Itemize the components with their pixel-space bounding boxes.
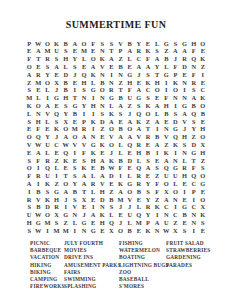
grid-cell: K <box>89 71 98 79</box>
grid-cell: K <box>171 141 180 149</box>
word-list-item: WATERMELON <box>119 247 169 254</box>
grid-cell: E <box>134 227 143 235</box>
grid-cell: L <box>153 110 162 118</box>
grid-cell: W <box>61 141 70 149</box>
grid-cell: Y <box>79 102 88 110</box>
word-list-item: FRUIT SALAD <box>166 240 211 247</box>
grid-cell: I <box>89 110 98 118</box>
grid-cell: P <box>171 71 180 79</box>
grid-cell: B <box>134 188 143 196</box>
grid-cell: G <box>162 71 171 79</box>
grid-cell: I <box>107 71 116 79</box>
grid-cell: Y <box>61 110 70 118</box>
grid-cell: I <box>180 188 189 196</box>
grid-cell: W <box>34 227 43 235</box>
grid-cell: Q <box>61 149 70 157</box>
grid-cell: B <box>34 188 43 196</box>
grid-cell: G <box>79 219 88 227</box>
grid-cell: E <box>180 219 189 227</box>
grid-cell: P <box>143 219 152 227</box>
grid-cell: B <box>198 110 207 118</box>
grid-cell: Q <box>189 110 198 118</box>
grid-cell: K <box>116 180 125 188</box>
word-list-column-3: FISHINGWATERMELONBOATINGLIGHTNING BUGSZO… <box>119 240 169 290</box>
grid-cell: C <box>189 180 198 188</box>
grid-cell: V <box>79 141 88 149</box>
grid-cell: I <box>198 71 207 79</box>
grid-cell: F <box>153 180 162 188</box>
grid-cell: S <box>43 188 52 196</box>
grid-cell: L <box>116 149 125 157</box>
grid-cell: S <box>143 188 152 196</box>
grid-cell: M <box>43 219 52 227</box>
grid-cell: L <box>171 180 180 188</box>
grid-cell: T <box>79 188 88 196</box>
grid-cell: G <box>89 141 98 149</box>
grid-cell: S <box>143 71 152 79</box>
word-list-item: SPLASHING <box>64 283 121 290</box>
grid-cell: L <box>125 219 134 227</box>
grid-cell: H <box>89 102 98 110</box>
grid-cell: P <box>189 188 198 196</box>
grid-cell: A <box>116 102 125 110</box>
grid-cell: S <box>61 102 70 110</box>
grid-cell: G <box>189 149 198 157</box>
word-list-column-4: FRUIT SALADSTRAWBERRIESGARDENINGPARADES <box>166 240 211 269</box>
grid-cell: E <box>125 149 134 157</box>
grid-cell: A <box>25 180 34 188</box>
grid-cell: Q <box>134 110 143 118</box>
grid-cell: L <box>25 110 34 118</box>
grid-cell: E <box>52 102 61 110</box>
grid-cell: K <box>89 149 98 157</box>
word-search-grid: PWOKBAOFSSVBYELGSGHOEAMUSEMENTPARKSZAAFE… <box>0 40 232 235</box>
grid-cell: J <box>125 110 134 118</box>
grid-cell: A <box>34 149 43 157</box>
grid-cell: M <box>52 227 61 235</box>
grid-cell: Q <box>107 219 116 227</box>
grid-cell: R <box>89 180 98 188</box>
word-list-item: FISHING <box>119 240 169 247</box>
grid-cell: O <box>107 141 116 149</box>
word-list: PICNICBARBEQUEVACATIONHIKINGBIKINGCAMPIN… <box>0 240 232 296</box>
grid-cell: G <box>52 188 61 196</box>
word-list-item: PICNIC <box>30 240 65 247</box>
grid-cell: A <box>25 71 34 79</box>
grid-cell: G <box>125 71 134 79</box>
grid-cell: K <box>43 180 52 188</box>
grid-cell: F <box>189 71 198 79</box>
grid-cell: J <box>107 149 116 157</box>
word-list-item: JULY FOURTH <box>64 240 121 247</box>
grid-cell: W <box>162 227 171 235</box>
puzzle-page: SUMMERTIME FUN PWOKBAOFSSVBYELGSGHOEAMUS… <box>0 0 232 300</box>
grid-cell: H <box>134 149 143 157</box>
grid-cell: L <box>43 149 52 157</box>
grid-cell: F <box>79 149 88 157</box>
grid-cell: I <box>171 102 180 110</box>
grid-cell: G <box>70 102 79 110</box>
grid-cell: U <box>43 141 52 149</box>
grid-cell: J <box>116 219 125 227</box>
grid-cell: M <box>134 219 143 227</box>
grid-cell: K <box>98 141 107 149</box>
grid-cell: O <box>116 227 125 235</box>
grid-cell: Z <box>125 102 134 110</box>
grid-cell: B <box>70 110 79 118</box>
word-list-item: CAMPING <box>30 276 65 283</box>
grid-cell: E <box>98 227 107 235</box>
grid-cell: B <box>143 149 152 157</box>
grid-cell: L <box>107 102 116 110</box>
word-list-item: HIKING <box>30 262 65 269</box>
word-list-item: BIKING <box>30 269 65 276</box>
grid-cell: Q <box>79 71 88 79</box>
grid-cell: K <box>143 227 152 235</box>
grid-cell: W <box>34 141 43 149</box>
grid-cell: A <box>153 102 162 110</box>
grid-cell: S <box>171 110 180 118</box>
grid-cell: O <box>198 102 207 110</box>
grid-cell: E <box>198 188 207 196</box>
grid-cell: E <box>52 71 61 79</box>
grid-cell: G <box>180 102 189 110</box>
grid-cell: K <box>107 110 116 118</box>
grid-cell: Z <box>162 141 171 149</box>
grid-cell: V <box>98 180 107 188</box>
grid-cell: X <box>171 227 180 235</box>
grid-cell: V <box>43 110 52 118</box>
grid-cell: A <box>79 180 88 188</box>
grid-cell: Q <box>52 110 61 118</box>
grid-cell: S <box>198 219 207 227</box>
grid-cell: B <box>70 188 79 196</box>
grid-cell: E <box>180 180 189 188</box>
grid-cell: R <box>134 141 143 149</box>
grid-cell: R <box>34 71 43 79</box>
grid-cell: Y <box>43 71 52 79</box>
grid-cell: U <box>162 219 171 227</box>
grid-cell: E <box>52 149 61 157</box>
grid-cell: T <box>153 71 162 79</box>
grid-cell: E <box>107 180 116 188</box>
grid-cell: I <box>43 227 52 235</box>
grid-cell: F <box>153 188 162 196</box>
grid-cell: E <box>198 227 207 235</box>
puzzle-title: SUMMERTIME FUN <box>0 19 232 30</box>
grid-cell: H <box>98 188 107 196</box>
grid-cell: A <box>43 102 52 110</box>
grid-cell: H <box>98 219 107 227</box>
grid-cell: I <box>70 227 79 235</box>
grid-cell: G <box>198 180 207 188</box>
grid-cell: B <box>125 227 134 235</box>
grid-cell: O <box>34 102 43 110</box>
grid-cell: I <box>70 149 79 157</box>
word-list-item: VACATION <box>30 254 65 261</box>
grid-cell: G <box>89 227 98 235</box>
grid-cell: O <box>125 188 134 196</box>
word-list-item: ZOO <box>119 269 169 276</box>
word-list-item: AMUSEMENT PARKS <box>64 262 121 269</box>
grid-cell: I <box>79 110 88 118</box>
grid-cell: R <box>134 180 143 188</box>
grid-cell: N <box>34 110 43 118</box>
grid-cell: Q <box>125 141 134 149</box>
grid-cell: S <box>116 110 125 118</box>
grid-cell: Z <box>61 219 70 227</box>
grid-cell: N <box>79 227 88 235</box>
word-list-column-1: PICNICBARBEQUEVACATIONHIKINGBIKINGCAMPIN… <box>30 240 65 290</box>
word-list-item: BASEBALL <box>119 276 169 283</box>
grid-cell: O <box>143 110 152 118</box>
grid-cell: Y <box>70 180 79 188</box>
grid-cell: H <box>162 102 171 110</box>
word-list-item: SWIMMING <box>64 276 121 283</box>
grid-cell: E <box>89 219 98 227</box>
grid-cell: E <box>143 141 152 149</box>
word-list-item: BOATING <box>119 254 169 261</box>
grid-cell: A <box>116 188 125 196</box>
grid-cell: N <box>98 71 107 79</box>
grid-cell: H <box>25 219 34 227</box>
grid-cell: O <box>162 180 171 188</box>
grid-cell: A <box>61 188 70 196</box>
grid-cell: H <box>198 149 207 157</box>
grid-cell: C <box>52 141 61 149</box>
word-list-item: S'MORES <box>119 283 169 290</box>
word-list-item: GARDENING <box>166 254 211 261</box>
grid-cell: Y <box>143 180 152 188</box>
grid-cell: D <box>61 71 70 79</box>
grid-cell: S <box>180 141 189 149</box>
grid-cell: N <box>116 71 125 79</box>
grid-cell: I <box>189 227 198 235</box>
grid-cell: G <box>125 180 134 188</box>
grid-cell: N <box>189 219 198 227</box>
grid-cell: A <box>180 110 189 118</box>
word-list-item: STRAWBERRIES <box>166 247 211 254</box>
grid-cell: V <box>25 141 34 149</box>
word-list-item: DRIVE INS <box>64 254 121 261</box>
grid-cell: I <box>34 180 43 188</box>
grid-cell: N <box>153 227 162 235</box>
word-list-item: PARADES <box>166 262 211 269</box>
grid-cell: S <box>134 102 143 110</box>
grid-cell: I <box>153 149 162 157</box>
grid-cell: S <box>180 227 189 235</box>
grid-cell: L <box>70 219 79 227</box>
word-list-item: LIGHTNING BUGS <box>119 262 169 269</box>
grid-cell: L <box>89 188 98 196</box>
grid-cell: N <box>180 149 189 157</box>
grid-cell: J <box>70 71 79 79</box>
grid-cell: Z <box>107 188 116 196</box>
grid-cell: X <box>107 227 116 235</box>
grid-cell: B <box>162 110 171 118</box>
word-list-item: MOVIES <box>64 247 121 254</box>
grid-cell: V <box>70 141 79 149</box>
grid-cell: X <box>198 141 207 149</box>
grid-cell: G <box>34 219 43 227</box>
grid-cell: S <box>98 110 107 118</box>
grid-cell: L <box>116 141 125 149</box>
grid-cell: O <box>61 180 70 188</box>
grid-cell: I <box>171 149 180 157</box>
grid-cell: D <box>189 141 198 149</box>
grid-cell: E <box>25 149 34 157</box>
grid-cell: B <box>189 102 198 110</box>
grid-cell: K <box>162 149 171 157</box>
grid-cell: X <box>162 188 171 196</box>
word-list-item: FIREWORKS <box>30 283 65 290</box>
grid-cell: S <box>52 219 61 227</box>
grid-cell: N <box>98 102 107 110</box>
grid-cell: A <box>153 219 162 227</box>
grid-cell: K <box>25 102 34 110</box>
grid-cell: E <box>180 71 189 79</box>
grid-cell: S <box>25 227 34 235</box>
grid-cell: M <box>61 227 70 235</box>
grid-cell: K <box>143 102 152 110</box>
grid-cell: Z <box>171 219 180 227</box>
word-list-column-2: JULY FOURTHMOVIESDRIVE INSAMUSEMENT PARK… <box>64 240 121 290</box>
word-list-item: BARBEQUE <box>30 247 65 254</box>
grid-cell: A <box>153 141 162 149</box>
grid-cell: O <box>171 188 180 196</box>
grid-cell: Z <box>52 180 61 188</box>
grid-cell: J <box>134 71 143 79</box>
grid-cell: E <box>98 149 107 157</box>
grid-cell: I <box>25 188 34 196</box>
word-list-item: FAIRS <box>64 269 121 276</box>
